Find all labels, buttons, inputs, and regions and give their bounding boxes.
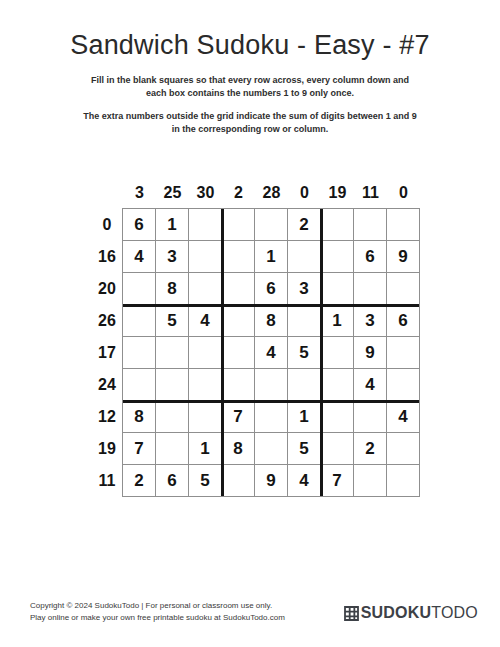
cell-r8c4: 8 [222, 433, 254, 464]
cell-r9c6: 4 [288, 465, 320, 496]
cell-r6c7 [321, 369, 353, 400]
cell-r2c1: 4 [123, 241, 155, 272]
cell-r7c1: 8 [123, 401, 155, 432]
cell-r3c5: 6 [255, 273, 287, 304]
cell-r6c8: 4 [354, 369, 386, 400]
cell-r1c1: 6 [123, 209, 155, 240]
cell-r2c8: 6 [354, 241, 386, 272]
row-clue-6: 24 [92, 369, 122, 401]
footer-copyright: Copyright © 2024 SudokuTodo | For person… [30, 600, 285, 612]
cell-r9c5: 9 [255, 465, 287, 496]
cell-r3c8 [354, 273, 386, 304]
row-clue-4: 26 [92, 305, 122, 337]
box-separator-v1 [221, 209, 224, 496]
cell-r1c6: 2 [288, 209, 320, 240]
box-separator-v2 [320, 209, 323, 496]
cell-r9c2: 6 [156, 465, 188, 496]
cell-r6c6 [288, 369, 320, 400]
cell-r8c5 [255, 433, 287, 464]
column-clue-3: 30 [189, 182, 222, 204]
cell-r1c3 [189, 209, 221, 240]
row-clue-8: 19 [92, 433, 122, 465]
cell-r2c9: 9 [387, 241, 419, 272]
cell-r9c4 [222, 465, 254, 496]
cell-r8c8: 2 [354, 433, 386, 464]
box-separator-h2 [123, 400, 419, 403]
cell-r5c5: 4 [255, 337, 287, 368]
sandwich-sudoku-puzzle: 32530228019110 01620261724121911 6124316… [92, 182, 422, 497]
cell-r5c7 [321, 337, 353, 368]
cell-r9c7: 7 [321, 465, 353, 496]
page-title: Sandwich Sudoku - Easy - #7 [10, 30, 490, 61]
box-separator-h1 [123, 304, 419, 307]
cell-r4c1 [123, 305, 155, 336]
cell-r4c7: 1 [321, 305, 353, 336]
cell-r2c2: 3 [156, 241, 188, 272]
cell-r1c7 [321, 209, 353, 240]
cell-r6c1 [123, 369, 155, 400]
cell-r3c6: 3 [288, 273, 320, 304]
cell-r3c3 [189, 273, 221, 304]
cell-r8c9 [387, 433, 419, 464]
cell-r3c2: 8 [156, 273, 188, 304]
cell-r7c9: 4 [387, 401, 419, 432]
cell-r8c7 [321, 433, 353, 464]
row-clue-9: 11 [92, 465, 122, 497]
cell-r4c2: 5 [156, 305, 188, 336]
cell-r6c9 [387, 369, 419, 400]
cell-r7c8 [354, 401, 386, 432]
instruction-line-2: The extra numbers outside the grid indic… [80, 110, 420, 136]
cell-r7c3 [189, 401, 221, 432]
cell-r4c4 [222, 305, 254, 336]
column-clue-8: 11 [354, 182, 387, 204]
sudokutodo-logo: SUDOKU TODO [344, 604, 478, 622]
logo-text-light: TODO [431, 604, 478, 622]
cell-r5c1 [123, 337, 155, 368]
footer: Copyright © 2024 SudokuTodo | For person… [30, 600, 285, 624]
cell-r4c9: 6 [387, 305, 419, 336]
cell-r9c9 [387, 465, 419, 496]
row-clue-7: 12 [92, 401, 122, 433]
column-clue-1: 3 [123, 182, 156, 204]
column-clue-6: 0 [288, 182, 321, 204]
cell-r4c5: 8 [255, 305, 287, 336]
cell-r1c2: 1 [156, 209, 188, 240]
cell-r8c1: 7 [123, 433, 155, 464]
cell-r7c6: 1 [288, 401, 320, 432]
cell-r5c4 [222, 337, 254, 368]
cell-r2c3 [189, 241, 221, 272]
cell-r7c7 [321, 401, 353, 432]
cell-r6c2 [156, 369, 188, 400]
column-clue-7: 19 [321, 182, 354, 204]
cell-r1c5 [255, 209, 287, 240]
column-clue-2: 25 [156, 182, 189, 204]
sudoku-board: 612431698635481364594871471852265947 [122, 208, 420, 497]
cell-r7c4: 7 [222, 401, 254, 432]
cell-r1c8 [354, 209, 386, 240]
cell-r1c9 [387, 209, 419, 240]
cell-r1c4 [222, 209, 254, 240]
cell-r3c9 [387, 273, 419, 304]
footer-tagline: Play online or make your own free printa… [30, 612, 285, 624]
cell-r3c1 [123, 273, 155, 304]
cell-r7c2 [156, 401, 188, 432]
cell-r4c8: 3 [354, 305, 386, 336]
cell-r5c3 [189, 337, 221, 368]
cell-r2c4 [222, 241, 254, 272]
cell-r9c3: 5 [189, 465, 221, 496]
cell-r5c8: 9 [354, 337, 386, 368]
column-clue-5: 28 [255, 182, 288, 204]
row-clue-5: 17 [92, 337, 122, 369]
cell-r3c4 [222, 273, 254, 304]
cell-r9c1: 2 [123, 465, 155, 496]
cell-r5c2 [156, 337, 188, 368]
grid-icon [344, 606, 361, 621]
cell-r8c3: 1 [189, 433, 221, 464]
column-clue-4: 2 [222, 182, 255, 204]
cell-r8c6: 5 [288, 433, 320, 464]
instructions: Fill in the blank squares so that every … [0, 74, 500, 136]
row-clue-3: 20 [92, 273, 122, 305]
cell-r3c7 [321, 273, 353, 304]
instruction-line-1: Fill in the blank squares so that every … [80, 74, 420, 100]
cell-r6c5 [255, 369, 287, 400]
cell-r4c3: 4 [189, 305, 221, 336]
cell-r2c6 [288, 241, 320, 272]
cell-r6c4 [222, 369, 254, 400]
cell-r4c6 [288, 305, 320, 336]
cell-r9c8 [354, 465, 386, 496]
cell-r5c9 [387, 337, 419, 368]
cell-r8c2 [156, 433, 188, 464]
cell-r5c6: 5 [288, 337, 320, 368]
column-clue-9: 0 [387, 182, 420, 204]
row-clue-1: 0 [92, 209, 122, 241]
cell-r2c5: 1 [255, 241, 287, 272]
row-clues: 01620261724121911 [92, 208, 122, 497]
column-clues: 32530228019110 [122, 182, 422, 204]
cell-r2c7 [321, 241, 353, 272]
cell-r6c3 [189, 369, 221, 400]
cell-r7c5 [255, 401, 287, 432]
logo-text-bold: SUDOKU [361, 604, 432, 622]
row-clue-2: 16 [92, 241, 122, 273]
